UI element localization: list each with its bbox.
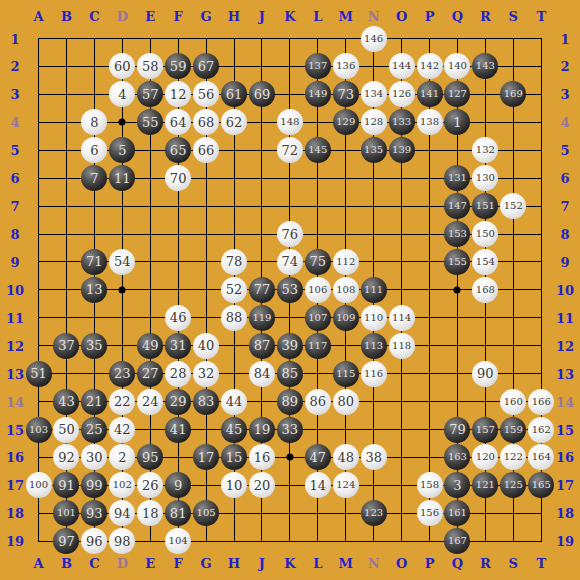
stone-black-C10[interactable]: 13 [81,277,107,303]
stone-black-F18[interactable]: 81 [165,500,191,526]
move-number: 35 [86,339,103,352]
stone-black-C12[interactable]: 35 [81,333,107,359]
move-number: 107 [308,313,327,323]
move-number: 153 [448,229,467,239]
row-label-left-17: 17 [6,478,24,493]
stone-white-D2[interactable]: 60 [109,53,135,79]
move-number: 138 [420,117,439,127]
move-number: 28 [170,367,187,380]
row-label-left-5: 5 [10,143,19,158]
stone-black-F17[interactable]: 9 [165,472,191,498]
move-number: 49 [142,339,159,352]
go-board[interactable]: AABBCCDDEEFFGGHHJJKKLLMMNNOOPPQQRRSSTT11… [0,0,580,580]
stone-white-H9[interactable]: 78 [221,249,247,275]
stone-white-K9[interactable]: 74 [277,249,303,275]
stone-black-Q6[interactable]: 131 [444,165,470,191]
row-label-right-2: 2 [560,59,569,74]
move-number: 62 [226,116,243,129]
col-label-top-E: E [145,9,155,24]
move-number: 70 [170,172,187,185]
move-number: 97 [58,535,75,548]
col-label-top-Q: Q [452,9,463,24]
stone-black-Q18[interactable]: 161 [444,500,470,526]
col-label-top-G: G [201,9,212,24]
stone-black-M4[interactable]: 129 [333,109,359,135]
stone-black-G2[interactable]: 67 [193,53,219,79]
move-number: 26 [142,479,159,492]
col-label-top-L: L [313,9,322,24]
stone-white-B16[interactable]: 92 [53,444,79,470]
stone-black-E12[interactable]: 49 [137,333,163,359]
move-number: 167 [448,536,467,546]
stone-black-B12[interactable]: 37 [53,333,79,359]
move-number: 22 [114,395,131,408]
col-label-top-J: J [259,9,265,24]
stone-black-M13[interactable]: 115 [333,361,359,387]
stone-black-C14[interactable]: 21 [81,389,107,415]
stone-black-A13[interactable]: 51 [26,361,52,387]
stone-black-B17[interactable]: 91 [53,472,79,498]
stone-black-E4[interactable]: 55 [137,109,163,135]
stone-black-O4[interactable]: 133 [389,109,415,135]
stone-white-M2[interactable]: 136 [333,53,359,79]
stone-black-D5[interactable]: 5 [109,137,135,163]
move-number: 115 [336,369,355,379]
stone-black-L5[interactable]: 145 [305,137,331,163]
stone-black-K15[interactable]: 33 [277,417,303,443]
move-number: 166 [532,397,551,407]
stone-black-F14[interactable]: 29 [165,389,191,415]
stone-white-F4[interactable]: 64 [165,109,191,135]
star-point-K16 [286,454,293,461]
move-number: 55 [142,116,159,129]
move-number: 112 [336,257,355,267]
move-number: 88 [226,311,243,324]
stone-white-A17[interactable]: 100 [26,472,52,498]
stone-black-L2[interactable]: 137 [305,53,331,79]
move-number: 1 [453,116,461,129]
stone-black-L12[interactable]: 117 [305,333,331,359]
stone-black-L9[interactable]: 75 [305,249,331,275]
stone-white-L17[interactable]: 14 [305,472,331,498]
move-number: 31 [170,339,187,352]
move-number: 131 [448,173,467,183]
stone-white-R5[interactable]: 132 [472,137,498,163]
move-number: 33 [282,423,299,436]
move-number: 137 [308,61,327,71]
stone-black-H16[interactable]: 15 [221,444,247,470]
stone-white-D3[interactable]: 4 [109,81,135,107]
col-label-bottom-O: O [396,556,407,571]
move-number: 66 [198,144,215,157]
move-number: 18 [142,507,159,520]
row-label-right-12: 12 [556,338,574,353]
stone-black-C17[interactable]: 99 [81,472,107,498]
stone-black-D6[interactable]: 11 [109,165,135,191]
stone-white-B15[interactable]: 50 [53,417,79,443]
col-label-top-O: O [396,9,407,24]
move-number: 8 [90,116,98,129]
stone-white-T16[interactable]: 164 [528,444,554,470]
stone-white-M17[interactable]: 124 [333,472,359,498]
stone-white-O11[interactable]: 114 [389,305,415,331]
stone-black-F15[interactable]: 41 [165,417,191,443]
stone-white-M14[interactable]: 80 [333,389,359,415]
stone-black-A15[interactable]: 103 [26,417,52,443]
move-number: 15 [226,451,243,464]
stone-white-N3[interactable]: 134 [361,81,387,107]
stone-black-B14[interactable]: 43 [53,389,79,415]
stone-white-K5[interactable]: 72 [277,137,303,163]
stone-black-G16[interactable]: 17 [193,444,219,470]
move-number: 14 [310,479,327,492]
move-number: 102 [113,480,132,490]
stone-black-S15[interactable]: 159 [500,417,526,443]
row-label-left-2: 2 [10,59,19,74]
move-number: 91 [58,479,75,492]
stone-black-C9[interactable]: 71 [81,249,107,275]
move-number: 9 [174,479,182,492]
move-number: 157 [476,425,495,435]
col-label-bottom-P: P [425,556,435,571]
stone-white-H11[interactable]: 88 [221,305,247,331]
row-label-right-17: 17 [556,478,574,493]
move-number: 67 [198,60,215,73]
stone-white-E18[interactable]: 18 [137,500,163,526]
stone-black-Q3[interactable]: 127 [444,81,470,107]
stone-white-F11[interactable]: 46 [165,305,191,331]
row-label-left-6: 6 [10,171,19,186]
stone-white-E2[interactable]: 58 [137,53,163,79]
move-number: 129 [336,117,355,127]
stone-black-N12[interactable]: 113 [361,333,387,359]
stone-black-L3[interactable]: 149 [305,81,331,107]
stone-black-L16[interactable]: 47 [305,444,331,470]
stone-white-C19[interactable]: 96 [81,528,107,554]
stone-black-C15[interactable]: 25 [81,417,107,443]
move-number: 79 [449,423,466,436]
row-label-left-16: 16 [6,450,24,465]
stone-black-S17[interactable]: 125 [500,472,526,498]
move-number: 56 [198,88,215,101]
stone-black-B18[interactable]: 101 [53,500,79,526]
move-number: 11 [114,172,131,185]
move-number: 30 [86,451,103,464]
stone-white-O3[interactable]: 126 [389,81,415,107]
stone-black-O5[interactable]: 139 [389,137,415,163]
stone-black-C6[interactable]: 7 [81,165,107,191]
col-label-bottom-E: E [145,556,155,571]
move-number: 158 [420,480,439,490]
stone-white-H14[interactable]: 44 [221,389,247,415]
stone-white-N1[interactable]: 146 [361,26,387,52]
stone-black-R17[interactable]: 121 [472,472,498,498]
move-number: 118 [392,341,411,351]
stone-white-P2[interactable]: 142 [417,53,443,79]
stone-black-F2[interactable]: 59 [165,53,191,79]
move-number: 38 [365,451,382,464]
move-number: 13 [86,283,103,296]
stone-white-D18[interactable]: 94 [109,500,135,526]
stone-black-G14[interactable]: 83 [193,389,219,415]
move-number: 19 [254,423,271,436]
stone-white-G5[interactable]: 66 [193,137,219,163]
stone-black-M11[interactable]: 109 [333,305,359,331]
move-number: 10 [226,479,243,492]
move-number: 135 [364,145,383,155]
stone-black-K14[interactable]: 89 [277,389,303,415]
move-number: 74 [282,255,299,268]
stone-black-F12[interactable]: 31 [165,333,191,359]
move-number: 140 [448,61,467,71]
move-number: 58 [142,60,159,73]
stone-white-S7[interactable]: 152 [500,193,526,219]
row-label-right-9: 9 [560,254,569,269]
stone-black-R7[interactable]: 151 [472,193,498,219]
stone-black-Q4[interactable]: 1 [444,109,470,135]
stone-black-J11[interactable]: 119 [249,305,275,331]
col-label-top-R: R [480,9,491,24]
move-number: 76 [282,228,299,241]
stone-white-T14[interactable]: 166 [528,389,554,415]
move-number: 86 [310,395,327,408]
row-label-right-6: 6 [560,171,569,186]
col-label-top-H: H [228,9,240,24]
move-number: 3 [453,479,461,492]
stone-black-H3[interactable]: 61 [221,81,247,107]
stone-black-M3[interactable]: 73 [333,81,359,107]
stone-black-Q7[interactable]: 147 [444,193,470,219]
stone-white-O12[interactable]: 118 [389,333,415,359]
stone-white-E17[interactable]: 26 [137,472,163,498]
col-label-bottom-L: L [313,556,322,571]
stone-white-H17[interactable]: 10 [221,472,247,498]
move-number: 113 [364,341,383,351]
stone-black-B19[interactable]: 97 [53,528,79,554]
stone-white-K8[interactable]: 76 [277,221,303,247]
move-number: 142 [420,61,439,71]
move-number: 141 [420,89,439,99]
move-number: 159 [504,425,523,435]
stone-black-J3[interactable]: 69 [249,81,275,107]
stone-white-E14[interactable]: 24 [137,389,163,415]
move-number: 114 [392,313,411,323]
col-label-bottom-S: S [509,556,518,571]
stone-white-G13[interactable]: 32 [193,361,219,387]
move-number: 130 [476,173,495,183]
stone-black-L11[interactable]: 107 [305,305,331,331]
stone-black-N18[interactable]: 123 [361,500,387,526]
col-label-top-F: F [174,9,183,24]
stone-white-M10[interactable]: 108 [333,277,359,303]
stone-white-H10[interactable]: 52 [221,277,247,303]
stone-white-F19[interactable]: 104 [165,528,191,554]
move-number: 87 [254,339,271,352]
stone-white-J13[interactable]: 84 [249,361,275,387]
stone-black-J10[interactable]: 77 [249,277,275,303]
move-number: 95 [142,451,159,464]
stone-black-H15[interactable]: 45 [221,417,247,443]
stone-white-J16[interactable]: 16 [249,444,275,470]
move-number: 161 [448,508,467,518]
stone-white-R9[interactable]: 154 [472,249,498,275]
col-label-top-K: K [284,9,295,24]
move-number: 60 [114,60,131,73]
col-label-bottom-F: F [174,556,183,571]
move-number: 121 [476,480,495,490]
stone-white-M16[interactable]: 48 [333,444,359,470]
stone-white-S14[interactable]: 160 [500,389,526,415]
stone-black-F5[interactable]: 65 [165,137,191,163]
stone-white-N13[interactable]: 116 [361,361,387,387]
move-number: 124 [336,480,355,490]
stone-white-G3[interactable]: 56 [193,81,219,107]
move-number: 39 [282,339,299,352]
stone-white-C4[interactable]: 8 [81,109,107,135]
stone-white-D16[interactable]: 2 [109,444,135,470]
col-label-bottom-A: A [33,556,43,571]
col-label-bottom-R: R [480,556,491,571]
stone-black-Q8[interactable]: 153 [444,221,470,247]
stone-black-K10[interactable]: 53 [277,277,303,303]
move-number: 45 [226,423,243,436]
stone-black-R2[interactable]: 143 [472,53,498,79]
stone-white-D9[interactable]: 54 [109,249,135,275]
stone-black-E13[interactable]: 27 [137,361,163,387]
stone-black-K13[interactable]: 85 [277,361,303,387]
move-number: 54 [114,255,131,268]
stone-black-R15[interactable]: 157 [472,417,498,443]
stone-black-K12[interactable]: 39 [277,333,303,359]
stone-black-Q9[interactable]: 155 [444,249,470,275]
stone-white-K4[interactable]: 148 [277,109,303,135]
stone-black-D13[interactable]: 23 [109,361,135,387]
stone-white-F6[interactable]: 70 [165,165,191,191]
stone-black-P3[interactable]: 141 [417,81,443,107]
move-number: 99 [86,479,103,492]
stone-white-L10[interactable]: 106 [305,277,331,303]
stone-white-R6[interactable]: 130 [472,165,498,191]
row-label-left-18: 18 [6,506,24,521]
move-number: 41 [170,423,187,436]
stone-black-J15[interactable]: 19 [249,417,275,443]
stone-black-Q15[interactable]: 79 [444,417,470,443]
stone-black-C18[interactable]: 93 [81,500,107,526]
row-label-right-11: 11 [556,310,574,325]
move-number: 90 [477,367,494,380]
stone-white-P17[interactable]: 158 [417,472,443,498]
stone-white-N16[interactable]: 38 [361,444,387,470]
move-number: 59 [170,60,187,73]
stone-white-F3[interactable]: 12 [165,81,191,107]
stone-black-G18[interactable]: 105 [193,500,219,526]
stone-white-P18[interactable]: 156 [417,500,443,526]
stone-white-Q2[interactable]: 140 [444,53,470,79]
star-point-Q10 [454,286,461,293]
star-point-D4 [119,119,126,126]
move-number: 136 [336,61,355,71]
move-number: 169 [504,89,523,99]
stone-white-L14[interactable]: 86 [305,389,331,415]
move-number: 116 [364,369,383,379]
stone-white-S16[interactable]: 122 [500,444,526,470]
move-number: 122 [504,452,523,462]
row-label-left-15: 15 [6,422,24,437]
stone-white-J17[interactable]: 20 [249,472,275,498]
move-number: 68 [198,116,215,129]
stone-black-S3[interactable]: 169 [500,81,526,107]
col-label-bottom-T: T [536,556,546,571]
stone-white-C5[interactable]: 6 [81,137,107,163]
move-number: 156 [420,508,439,518]
stone-white-P4[interactable]: 138 [417,109,443,135]
stone-white-O2[interactable]: 144 [389,53,415,79]
stone-white-D15[interactable]: 42 [109,417,135,443]
stone-white-N11[interactable]: 110 [361,305,387,331]
stone-white-D17[interactable]: 102 [109,472,135,498]
stone-black-E3[interactable]: 57 [137,81,163,107]
row-label-left-3: 3 [10,87,19,102]
move-number: 93 [86,507,103,520]
stone-black-T17[interactable]: 165 [528,472,554,498]
stone-black-N5[interactable]: 135 [361,137,387,163]
stone-white-N4[interactable]: 128 [361,109,387,135]
stone-white-H4[interactable]: 62 [221,109,247,135]
move-number: 92 [58,451,75,464]
stone-white-D19[interactable]: 98 [109,528,135,554]
row-label-right-1: 1 [560,31,569,46]
stone-white-F13[interactable]: 28 [165,361,191,387]
move-number: 44 [226,395,243,408]
col-label-top-C: C [89,9,99,24]
stone-black-E16[interactable]: 95 [137,444,163,470]
stone-white-R16[interactable]: 120 [472,444,498,470]
stone-white-R10[interactable]: 168 [472,277,498,303]
stone-white-D14[interactable]: 22 [109,389,135,415]
row-label-left-19: 19 [6,534,24,549]
move-number: 85 [282,367,299,380]
stone-black-Q17[interactable]: 3 [444,472,470,498]
move-number: 17 [198,451,215,464]
stone-black-Q19[interactable]: 167 [444,528,470,554]
stone-black-Q16[interactable]: 163 [444,444,470,470]
move-number: 81 [170,507,187,520]
stone-white-M9[interactable]: 112 [333,249,359,275]
move-number: 24 [142,395,159,408]
row-label-left-11: 11 [6,310,24,325]
move-number: 128 [364,117,383,127]
stone-white-R13[interactable]: 90 [472,361,498,387]
move-number: 65 [170,144,187,157]
stone-white-G4[interactable]: 68 [193,109,219,135]
stone-white-R8[interactable]: 150 [472,221,498,247]
col-label-top-N: N [368,9,380,24]
move-number: 126 [392,89,411,99]
row-label-left-10: 10 [6,282,24,297]
move-number: 51 [30,367,47,380]
move-number: 133 [392,117,411,127]
move-number: 154 [476,257,495,267]
col-label-bottom-J: J [259,556,265,571]
row-label-right-7: 7 [560,199,569,214]
stone-black-J12[interactable]: 87 [249,333,275,359]
stone-white-T15[interactable]: 162 [528,417,554,443]
stone-white-C16[interactable]: 30 [81,444,107,470]
move-number: 132 [476,145,495,155]
stone-black-N10[interactable]: 111 [361,277,387,303]
stone-white-G12[interactable]: 40 [193,333,219,359]
move-number: 96 [86,535,103,548]
